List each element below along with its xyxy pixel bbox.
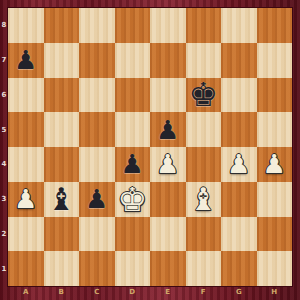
file-labels: ABCDEFGH bbox=[8, 286, 292, 300]
square-f3[interactable]: ♝ bbox=[186, 182, 222, 217]
square-a5[interactable] bbox=[8, 112, 44, 147]
square-a8[interactable] bbox=[8, 8, 44, 43]
square-a6[interactable] bbox=[8, 78, 44, 113]
square-e5[interactable]: ♟ bbox=[150, 112, 186, 147]
square-a4[interactable] bbox=[8, 147, 44, 182]
file-label-h: H bbox=[257, 286, 293, 300]
square-a1[interactable] bbox=[8, 251, 44, 286]
white-pawn[interactable]: ♟ bbox=[156, 151, 179, 177]
square-f4[interactable] bbox=[186, 147, 222, 182]
rank-label-5: 5 bbox=[0, 112, 8, 147]
file-label-d: D bbox=[115, 286, 151, 300]
square-g1[interactable] bbox=[221, 251, 257, 286]
square-c3[interactable]: ♟ bbox=[79, 182, 115, 217]
square-d5[interactable] bbox=[115, 112, 151, 147]
file-label-f: F bbox=[186, 286, 222, 300]
square-h2[interactable] bbox=[257, 217, 293, 252]
square-f1[interactable] bbox=[186, 251, 222, 286]
square-d8[interactable] bbox=[115, 8, 151, 43]
square-h1[interactable] bbox=[257, 251, 293, 286]
black-pawn[interactable]: ♟ bbox=[85, 186, 108, 212]
square-h6[interactable] bbox=[257, 78, 293, 113]
square-b5[interactable] bbox=[44, 112, 80, 147]
white-pawn[interactable]: ♟ bbox=[263, 151, 286, 177]
square-e3[interactable] bbox=[150, 182, 186, 217]
square-h3[interactable] bbox=[257, 182, 293, 217]
rank-label-7: 7 bbox=[0, 43, 8, 78]
square-b6[interactable] bbox=[44, 78, 80, 113]
rank-label-1: 1 bbox=[0, 251, 8, 286]
rank-label-4: 4 bbox=[0, 147, 8, 182]
square-e2[interactable] bbox=[150, 217, 186, 252]
square-g2[interactable] bbox=[221, 217, 257, 252]
square-c6[interactable] bbox=[79, 78, 115, 113]
square-b8[interactable] bbox=[44, 8, 80, 43]
square-d6[interactable] bbox=[115, 78, 151, 113]
square-c7[interactable] bbox=[79, 43, 115, 78]
square-d1[interactable] bbox=[115, 251, 151, 286]
rank-label-8: 8 bbox=[0, 8, 8, 43]
square-e4[interactable]: ♟ bbox=[150, 147, 186, 182]
square-c8[interactable] bbox=[79, 8, 115, 43]
square-c2[interactable] bbox=[79, 217, 115, 252]
square-f6[interactable]: ♚ bbox=[186, 78, 222, 113]
square-a7[interactable]: ♟ bbox=[8, 43, 44, 78]
square-b3[interactable]: ♝ bbox=[44, 182, 80, 217]
square-e8[interactable] bbox=[150, 8, 186, 43]
white-pawn[interactable]: ♟ bbox=[227, 151, 250, 177]
square-h8[interactable] bbox=[257, 8, 293, 43]
chess-board-frame: 87654321 ♟♚♟♟♟♟♟♟♝♟♚♝ ABCDEFGH bbox=[0, 0, 300, 300]
rank-labels: 87654321 bbox=[0, 8, 8, 286]
square-d2[interactable] bbox=[115, 217, 151, 252]
white-bishop[interactable]: ♝ bbox=[189, 184, 217, 215]
square-d7[interactable] bbox=[115, 43, 151, 78]
file-label-e: E bbox=[150, 286, 186, 300]
square-g5[interactable] bbox=[221, 112, 257, 147]
square-b1[interactable] bbox=[44, 251, 80, 286]
square-b4[interactable] bbox=[44, 147, 80, 182]
file-label-b: B bbox=[44, 286, 80, 300]
square-e6[interactable] bbox=[150, 78, 186, 113]
rank-label-6: 6 bbox=[0, 78, 8, 113]
square-d4[interactable]: ♟ bbox=[115, 147, 151, 182]
square-g4[interactable]: ♟ bbox=[221, 147, 257, 182]
square-g6[interactable] bbox=[221, 78, 257, 113]
rank-label-2: 2 bbox=[0, 217, 8, 252]
white-king[interactable]: ♚ bbox=[117, 183, 147, 216]
black-pawn[interactable]: ♟ bbox=[121, 151, 144, 177]
square-g3[interactable] bbox=[221, 182, 257, 217]
square-b7[interactable] bbox=[44, 43, 80, 78]
square-c5[interactable] bbox=[79, 112, 115, 147]
square-f2[interactable] bbox=[186, 217, 222, 252]
square-f5[interactable] bbox=[186, 112, 222, 147]
file-label-c: C bbox=[79, 286, 115, 300]
square-a2[interactable] bbox=[8, 217, 44, 252]
square-a3[interactable]: ♟ bbox=[8, 182, 44, 217]
white-pawn[interactable]: ♟ bbox=[14, 186, 37, 212]
square-g7[interactable] bbox=[221, 43, 257, 78]
square-d3[interactable]: ♚ bbox=[115, 182, 151, 217]
square-e7[interactable] bbox=[150, 43, 186, 78]
square-h4[interactable]: ♟ bbox=[257, 147, 293, 182]
square-b2[interactable] bbox=[44, 217, 80, 252]
file-label-a: A bbox=[8, 286, 44, 300]
square-h7[interactable] bbox=[257, 43, 293, 78]
black-bishop[interactable]: ♝ bbox=[47, 184, 75, 215]
rank-label-3: 3 bbox=[0, 182, 8, 217]
square-f7[interactable] bbox=[186, 43, 222, 78]
square-c1[interactable] bbox=[79, 251, 115, 286]
black-pawn[interactable]: ♟ bbox=[14, 47, 37, 73]
black-king[interactable]: ♚ bbox=[188, 78, 218, 111]
square-f8[interactable] bbox=[186, 8, 222, 43]
file-label-g: G bbox=[221, 286, 257, 300]
square-c4[interactable] bbox=[79, 147, 115, 182]
square-g8[interactable] bbox=[221, 8, 257, 43]
black-pawn[interactable]: ♟ bbox=[156, 117, 179, 143]
square-h5[interactable] bbox=[257, 112, 293, 147]
square-e1[interactable] bbox=[150, 251, 186, 286]
chess-board: ♟♚♟♟♟♟♟♟♝♟♚♝ bbox=[8, 8, 292, 286]
